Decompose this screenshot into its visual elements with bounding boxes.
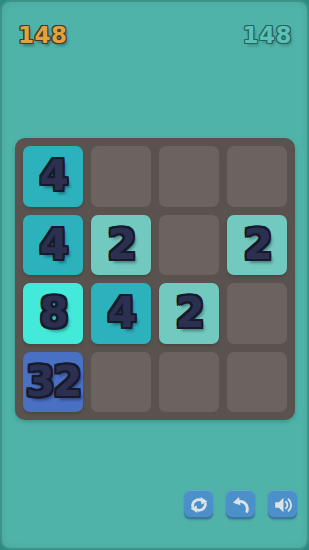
tile-32: 32 xyxy=(23,352,83,413)
tile-2: 2 xyxy=(227,215,287,276)
controls-bar xyxy=(184,490,297,519)
undo-icon xyxy=(230,494,252,516)
game-screen: 148 148 442284232 xyxy=(0,0,309,550)
sound-button[interactable] xyxy=(268,490,297,519)
empty-cell xyxy=(227,146,287,207)
empty-cell xyxy=(227,352,287,413)
board[interactable]: 442284232 xyxy=(15,138,295,420)
tile-8: 8 xyxy=(23,283,83,344)
speaker-icon xyxy=(272,494,294,516)
best-score: 148 xyxy=(242,22,292,48)
empty-cell xyxy=(91,352,151,413)
restart-icon xyxy=(188,494,210,516)
current-score: 148 xyxy=(18,22,68,48)
empty-cell xyxy=(159,215,219,276)
tile-2: 2 xyxy=(91,215,151,276)
restart-button[interactable] xyxy=(184,490,213,519)
tile-4: 4 xyxy=(23,215,83,276)
tile-4: 4 xyxy=(23,146,83,207)
tile-2: 2 xyxy=(159,283,219,344)
tile-4: 4 xyxy=(91,283,151,344)
empty-cell xyxy=(227,283,287,344)
empty-cell xyxy=(91,146,151,207)
app-background: 148 148 442284232 xyxy=(0,0,309,550)
undo-button[interactable] xyxy=(226,490,255,519)
empty-cell xyxy=(159,146,219,207)
empty-cell xyxy=(159,352,219,413)
